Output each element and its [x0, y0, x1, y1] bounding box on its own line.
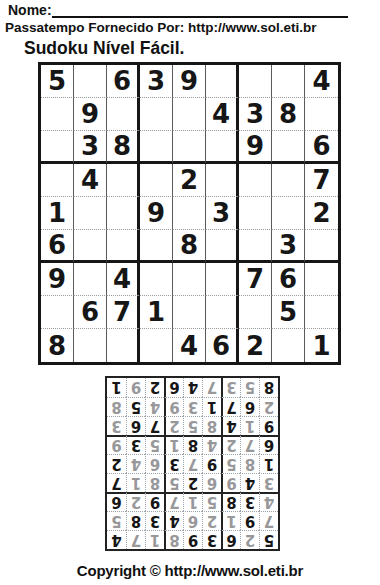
solution-cell: 3	[221, 378, 240, 397]
solution-cell: 7	[126, 530, 145, 549]
sudoku-cell: 9	[239, 131, 272, 164]
sudoku-cell	[107, 164, 140, 197]
sudoku-cell	[74, 197, 107, 230]
sudoku-cell	[206, 131, 239, 164]
solution-cell: 6	[126, 416, 145, 435]
solution-cell: 2	[259, 397, 278, 416]
sudoku-cell	[173, 131, 206, 164]
sudoku-cell: 4	[173, 329, 206, 362]
sudoku-cell	[140, 131, 173, 164]
sudoku-cell	[239, 65, 272, 98]
solution-cell: 1	[145, 530, 164, 549]
solution-cell: 3	[183, 397, 202, 416]
solution-cell: 7	[183, 454, 202, 473]
solution-cell: 7	[259, 511, 278, 530]
sudoku-cell	[272, 329, 305, 362]
solution-cell: 6	[107, 492, 126, 511]
solution-cell: 9	[202, 454, 221, 473]
name-label: Nome:	[8, 3, 52, 18]
sudoku-cell	[239, 197, 272, 230]
sudoku-cell	[107, 197, 140, 230]
sudoku-cell	[74, 65, 107, 98]
sudoku-cell: 9	[41, 263, 74, 296]
sudoku-cell	[173, 197, 206, 230]
solution-cell: 7	[145, 416, 164, 435]
solution-cell: 4	[202, 435, 221, 454]
solution-cell: 9	[240, 511, 259, 530]
solution-cell: 6	[164, 378, 183, 397]
solution-cell: 2	[221, 435, 240, 454]
sudoku-cell: 4	[206, 98, 239, 131]
sudoku-cell	[305, 263, 338, 296]
solution-cell: 8	[259, 378, 278, 397]
solution-cell: 7	[202, 378, 221, 397]
sudoku-cell: 3	[272, 230, 305, 263]
solution-cell: 8	[221, 492, 240, 511]
sudoku-cell	[272, 164, 305, 197]
sudoku-cell: 4	[107, 263, 140, 296]
sudoku-cell: 8	[41, 329, 74, 362]
solution-cell: 8	[126, 511, 145, 530]
sudoku-cell	[239, 164, 272, 197]
sudoku-cell	[272, 131, 305, 164]
sudoku-cell	[272, 197, 305, 230]
solution-cell: 4	[183, 378, 202, 397]
sudoku-cell	[173, 263, 206, 296]
solution-cell: 6	[221, 530, 240, 549]
sudoku-cell	[206, 230, 239, 263]
sudoku-cell: 6	[74, 296, 107, 329]
solution-cell: 1	[126, 473, 145, 492]
solution-cell: 5	[240, 378, 259, 397]
sudoku-cell: 8	[173, 230, 206, 263]
solution-cell: 9	[221, 473, 240, 492]
sudoku-cell	[305, 98, 338, 131]
solution-cell: 9	[126, 378, 145, 397]
sudoku-cell	[272, 65, 305, 98]
sudoku-cell	[206, 164, 239, 197]
sudoku-cell: 6	[305, 131, 338, 164]
sudoku-cell: 8	[272, 98, 305, 131]
solution-cell: 6	[202, 473, 221, 492]
sudoku-cell	[140, 230, 173, 263]
solution-cell: 1	[259, 454, 278, 473]
sudoku-cell: 3	[239, 98, 272, 131]
sudoku-cell: 9	[140, 197, 173, 230]
sudoku-cell: 5	[41, 65, 74, 98]
solution-cell: 5	[259, 530, 278, 549]
solution-cell: 4	[259, 492, 278, 511]
sudoku-cell: 1	[305, 329, 338, 362]
sudoku-cell: 8	[107, 131, 140, 164]
solution-cell: 4	[221, 416, 240, 435]
solution-cell: 5	[183, 416, 202, 435]
sudoku-cell	[206, 296, 239, 329]
sudoku-cell: 2	[173, 164, 206, 197]
solution-cell: 7	[240, 435, 259, 454]
solution-cell: 9	[145, 492, 164, 511]
sudoku-cell	[305, 296, 338, 329]
sudoku-cell: 3	[206, 197, 239, 230]
name-underline	[52, 4, 348, 18]
solution-cell: 4	[164, 511, 183, 530]
solution-cell: 6	[183, 511, 202, 530]
solution-cell: 8	[107, 397, 126, 416]
sudoku-cell	[239, 296, 272, 329]
solution-cell: 3	[259, 473, 278, 492]
solution-cell: 8	[145, 473, 164, 492]
solution-cell: 6	[259, 435, 278, 454]
solution-cell: 2	[107, 454, 126, 473]
solution-cell: 3	[202, 530, 221, 549]
solution-cell: 4	[126, 454, 145, 473]
provided-by-text: Passatempo Fornecido Por: http://www.sol…	[5, 20, 317, 35]
solution-cell: 2	[183, 473, 202, 492]
sudoku-cell: 9	[173, 65, 206, 98]
sudoku-cell: 4	[74, 164, 107, 197]
sudoku-cell	[140, 98, 173, 131]
solution-cell: 5	[107, 511, 126, 530]
sudoku-grid: 563949438389642719326839476671584621	[38, 62, 341, 365]
solution-cell: 2	[164, 416, 183, 435]
solution-cell: 2	[126, 492, 145, 511]
sudoku-cell: 6	[206, 329, 239, 362]
sudoku-cell: 7	[107, 296, 140, 329]
solution-cell: 6	[145, 454, 164, 473]
sudoku-cell: 4	[305, 65, 338, 98]
solution-cell: 5	[145, 435, 164, 454]
sudoku-cell	[140, 329, 173, 362]
solution-cell: 1	[202, 397, 221, 416]
solution-cell: 9	[107, 435, 126, 454]
sudoku-cell	[41, 131, 74, 164]
sudoku-cell: 1	[140, 296, 173, 329]
solution-cell: 2	[145, 378, 164, 397]
sudoku-cell: 9	[74, 98, 107, 131]
sudoku-cell	[74, 263, 107, 296]
sudoku-cell: 3	[140, 65, 173, 98]
solution-cell: 5	[221, 454, 240, 473]
solution-cell: 8	[240, 454, 259, 473]
sudoku-cell: 2	[239, 329, 272, 362]
sudoku-cell	[140, 263, 173, 296]
sudoku-cell	[107, 329, 140, 362]
solution-cell: 4	[107, 530, 126, 549]
solution-cell: 3	[240, 492, 259, 511]
sudoku-cell	[74, 329, 107, 362]
sudoku-cell	[173, 98, 206, 131]
puzzle-page: Nome: Passatempo Fornecido Por: http://w…	[0, 0, 380, 585]
sudoku-cell	[41, 296, 74, 329]
solution-cell: 9	[183, 530, 202, 549]
solution-cell: 2	[202, 511, 221, 530]
sudoku-cell	[305, 230, 338, 263]
sudoku-cell: 3	[74, 131, 107, 164]
solution-cell: 4	[240, 473, 259, 492]
sudoku-cell: 5	[272, 296, 305, 329]
sudoku-cell: 2	[305, 197, 338, 230]
sudoku-cell: 7	[239, 263, 272, 296]
sudoku-cell: 6	[41, 230, 74, 263]
sudoku-cell	[206, 65, 239, 98]
sudoku-cell	[173, 296, 206, 329]
solution-cell: 7	[221, 397, 240, 416]
sudoku-cell: 1	[41, 197, 74, 230]
sudoku-cell	[107, 98, 140, 131]
solution-cell: 1	[183, 492, 202, 511]
solution-cell: 1	[107, 378, 126, 397]
solution-grid-upside-down: 5263981747912643854385179263496258171859…	[105, 376, 280, 551]
solution-cell: 2	[240, 530, 259, 549]
sudoku-cell: 7	[305, 164, 338, 197]
solution-cell: 7	[164, 492, 183, 511]
sudoku-cell	[239, 230, 272, 263]
solution-cell: 1	[221, 511, 240, 530]
solution-cell: 8	[202, 416, 221, 435]
solution-cell: 4	[145, 397, 164, 416]
solution-cell: 6	[240, 397, 259, 416]
sudoku-cell	[41, 98, 74, 131]
solution-cell: 1	[240, 416, 259, 435]
sudoku-cell	[206, 263, 239, 296]
sudoku-cell	[74, 230, 107, 263]
solution-cell: 7	[107, 473, 126, 492]
sudoku-cell	[140, 164, 173, 197]
solution-cell: 9	[259, 416, 278, 435]
sudoku-cell: 6	[272, 263, 305, 296]
solution-cell: 5	[202, 492, 221, 511]
solution-cell: 1	[164, 435, 183, 454]
solution-cell: 3	[107, 416, 126, 435]
copyright-text: Copyright © http://www.sol.eti.br	[0, 562, 380, 579]
solution-cell: 8	[183, 435, 202, 454]
puzzle-title: Sudoku Nível Fácil.	[24, 38, 184, 59]
solution-cell: 3	[145, 511, 164, 530]
solution-cell: 8	[164, 530, 183, 549]
solution-cell: 9	[164, 397, 183, 416]
solution-cell: 5	[164, 473, 183, 492]
solution-cell: 5	[126, 397, 145, 416]
sudoku-cell	[41, 164, 74, 197]
solution-cell: 3	[126, 435, 145, 454]
sudoku-cell	[107, 230, 140, 263]
name-row: Nome:	[8, 3, 348, 18]
solution-cell: 3	[164, 454, 183, 473]
sudoku-cell: 6	[107, 65, 140, 98]
